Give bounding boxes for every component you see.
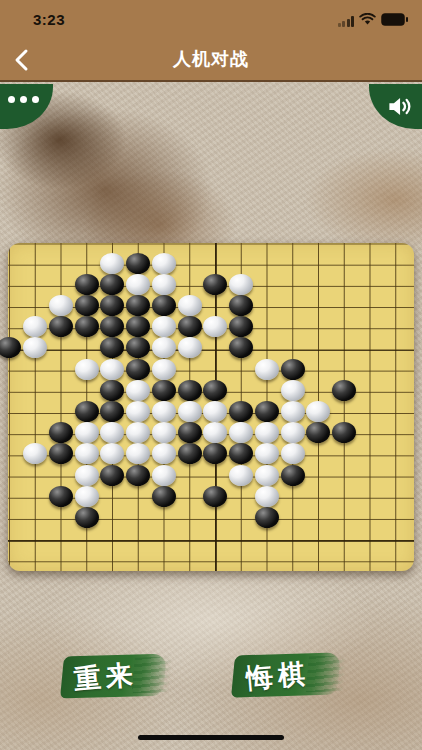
board-cell[interactable] [228, 382, 254, 403]
board-cell[interactable] [48, 403, 74, 424]
board-cell[interactable] [125, 233, 151, 254]
restart-button[interactable]: 重来 [62, 653, 165, 701]
board-cell[interactable] [74, 233, 100, 254]
board-cell[interactable] [48, 466, 74, 487]
board-cell[interactable] [280, 361, 306, 382]
board-cell[interactable] [357, 382, 383, 403]
board-cell[interactable] [0, 424, 22, 445]
board-cell[interactable] [74, 488, 100, 509]
board-cell[interactable] [331, 466, 357, 487]
board-cell[interactable] [383, 276, 409, 297]
board-cell[interactable] [203, 488, 229, 509]
board-cell[interactable] [254, 318, 280, 339]
board-cell[interactable] [48, 530, 74, 551]
board-cell[interactable] [254, 509, 280, 530]
white-stone [306, 401, 330, 422]
board-cell[interactable] [74, 276, 100, 297]
black-stone [126, 316, 150, 337]
board-cell[interactable] [22, 424, 48, 445]
board-cell[interactable] [151, 276, 177, 297]
board-cell[interactable] [331, 233, 357, 254]
board-cell[interactable] [100, 361, 126, 382]
nav-bar: 人机对战 [0, 40, 422, 80]
board-cell[interactable] [331, 530, 357, 551]
board-cell[interactable] [203, 509, 229, 530]
board-cell[interactable] [125, 318, 151, 339]
board-cell[interactable] [100, 318, 126, 339]
board-cell[interactable] [151, 382, 177, 403]
board-cell[interactable] [48, 276, 74, 297]
board-cell[interactable] [48, 233, 74, 254]
black-stone [203, 380, 227, 401]
board-cell[interactable] [100, 276, 126, 297]
ellipsis-dots-icon [8, 96, 39, 103]
board-cell[interactable] [100, 255, 126, 276]
black-stone [332, 422, 356, 443]
board-cell[interactable] [357, 424, 383, 445]
board-cell[interactable] [177, 382, 203, 403]
board-cell[interactable] [280, 297, 306, 318]
black-stone [306, 422, 330, 443]
board-cell[interactable] [280, 318, 306, 339]
board-cell[interactable] [48, 318, 74, 339]
board-cell[interactable] [22, 382, 48, 403]
board-cell[interactable] [306, 509, 332, 530]
board-cell[interactable] [74, 255, 100, 276]
board-cell[interactable] [228, 339, 254, 360]
board-cell[interactable] [306, 530, 332, 551]
black-stone [75, 295, 99, 316]
board-cell[interactable] [151, 551, 177, 572]
board-cell[interactable] [306, 424, 332, 445]
board-cell[interactable] [100, 445, 126, 466]
black-stone [0, 337, 21, 358]
board-cell[interactable] [331, 382, 357, 403]
board-cell[interactable] [125, 361, 151, 382]
board-cell[interactable] [22, 339, 48, 360]
board-cell[interactable] [151, 488, 177, 509]
board-cell[interactable] [228, 361, 254, 382]
board-cell[interactable] [151, 403, 177, 424]
board-cell[interactable] [22, 509, 48, 530]
board-cell[interactable] [228, 233, 254, 254]
board-cell[interactable] [254, 276, 280, 297]
top-bar: 3:23 [0, 0, 422, 82]
board-cell[interactable] [125, 276, 151, 297]
board-cell[interactable] [357, 403, 383, 424]
board-cell[interactable] [22, 233, 48, 254]
board-cell[interactable] [22, 445, 48, 466]
wifi-icon [359, 12, 376, 30]
board-cell[interactable] [0, 382, 22, 403]
board-cell[interactable] [125, 403, 151, 424]
black-stone [229, 337, 253, 358]
board-cell[interactable] [383, 339, 409, 360]
black-stone [178, 443, 202, 464]
board-cell[interactable] [0, 530, 22, 551]
undo-button[interactable]: 悔棋 [233, 652, 339, 700]
black-stone [255, 507, 279, 528]
battery-icon [381, 12, 408, 30]
board-cell[interactable] [228, 255, 254, 276]
board-cell[interactable] [100, 382, 126, 403]
status-icons [338, 12, 409, 30]
app-screen: 3:23 [0, 0, 422, 750]
board-cell[interactable] [280, 551, 306, 572]
board-cell[interactable] [125, 297, 151, 318]
board-cell[interactable] [177, 255, 203, 276]
board-cell[interactable] [331, 276, 357, 297]
board-cell[interactable] [125, 551, 151, 572]
board-cell[interactable] [177, 297, 203, 318]
board-cell[interactable] [383, 551, 409, 572]
board-cell[interactable] [177, 318, 203, 339]
black-stone [100, 316, 124, 337]
board-cell[interactable] [383, 403, 409, 424]
board-cell[interactable] [306, 361, 332, 382]
board-cell[interactable] [383, 488, 409, 509]
board-cell[interactable] [0, 551, 22, 572]
board-cell[interactable] [357, 276, 383, 297]
board-cell[interactable] [74, 318, 100, 339]
board-cell[interactable] [74, 424, 100, 445]
board-cell[interactable] [48, 361, 74, 382]
board-cell[interactable] [100, 509, 126, 530]
board-cell[interactable] [357, 233, 383, 254]
board-cell[interactable] [177, 466, 203, 487]
board-cell[interactable] [177, 424, 203, 445]
board-cell[interactable] [48, 339, 74, 360]
board-cell[interactable] [357, 318, 383, 339]
board-cell[interactable] [151, 297, 177, 318]
home-indicator[interactable] [138, 735, 284, 740]
board-cell[interactable] [357, 255, 383, 276]
board-cell[interactable] [280, 509, 306, 530]
board-cell[interactable] [280, 445, 306, 466]
board-cell[interactable] [0, 361, 22, 382]
board-cell[interactable] [306, 403, 332, 424]
board-cell[interactable] [151, 361, 177, 382]
board-cell[interactable] [74, 339, 100, 360]
board-cell[interactable] [228, 445, 254, 466]
board-cell[interactable] [383, 509, 409, 530]
board-cell[interactable] [203, 403, 229, 424]
board-cell[interactable] [383, 318, 409, 339]
board-cell[interactable] [177, 233, 203, 254]
board-cell[interactable] [203, 339, 229, 360]
board-cell[interactable] [0, 509, 22, 530]
gomoku-board[interactable] [8, 243, 414, 571]
board-cell[interactable] [331, 551, 357, 572]
board-cell[interactable] [254, 361, 280, 382]
board-cell[interactable] [306, 318, 332, 339]
board-cell[interactable] [254, 382, 280, 403]
board-cell[interactable] [254, 466, 280, 487]
board-cell[interactable] [48, 255, 74, 276]
board-cell[interactable] [254, 551, 280, 572]
board-cell[interactable] [125, 255, 151, 276]
board-cell[interactable] [22, 297, 48, 318]
board-cell[interactable] [74, 509, 100, 530]
board-cell[interactable] [306, 255, 332, 276]
board-cell[interactable] [254, 339, 280, 360]
board-cell[interactable] [203, 276, 229, 297]
board-cell[interactable] [228, 530, 254, 551]
board-cell[interactable] [100, 403, 126, 424]
board-cell[interactable] [280, 255, 306, 276]
board-cell[interactable] [280, 233, 306, 254]
board-cell[interactable] [331, 318, 357, 339]
black-stone [126, 337, 150, 358]
board-cell[interactable] [100, 466, 126, 487]
board-cell[interactable] [177, 339, 203, 360]
board-cell[interactable] [357, 339, 383, 360]
board-cell[interactable] [306, 382, 332, 403]
board-cell[interactable] [280, 530, 306, 551]
board-cell[interactable] [125, 445, 151, 466]
board-cell[interactable] [74, 530, 100, 551]
board-cell[interactable] [331, 488, 357, 509]
board-cell[interactable] [331, 255, 357, 276]
white-stone [229, 274, 253, 295]
board-cell[interactable] [383, 424, 409, 445]
board-cell[interactable] [151, 318, 177, 339]
white-stone [75, 359, 99, 380]
board-cell[interactable] [306, 488, 332, 509]
white-stone [203, 422, 227, 443]
board-cell[interactable] [22, 466, 48, 487]
board-cell[interactable] [151, 255, 177, 276]
board-cell[interactable] [48, 509, 74, 530]
board-cell[interactable] [151, 466, 177, 487]
black-stone [255, 401, 279, 422]
board-cell[interactable] [331, 297, 357, 318]
board-cell[interactable] [228, 318, 254, 339]
board-cell[interactable] [306, 445, 332, 466]
board-cell[interactable] [228, 297, 254, 318]
board-cell[interactable] [228, 466, 254, 487]
board-cell[interactable] [254, 445, 280, 466]
board-cell[interactable] [125, 530, 151, 551]
black-stone [49, 486, 73, 507]
board-cell[interactable] [100, 424, 126, 445]
board-cell[interactable] [100, 297, 126, 318]
board-cell[interactable] [0, 297, 22, 318]
board-cell[interactable] [331, 339, 357, 360]
board-cell[interactable] [48, 424, 74, 445]
board-cell[interactable] [383, 361, 409, 382]
board-cell[interactable] [177, 551, 203, 572]
board-cell[interactable] [306, 339, 332, 360]
board-cell[interactable] [74, 551, 100, 572]
board-cell[interactable] [22, 488, 48, 509]
board-cell[interactable] [357, 445, 383, 466]
board-cell[interactable] [203, 361, 229, 382]
board-cell[interactable] [228, 551, 254, 572]
white-stone [152, 274, 176, 295]
board-cell[interactable] [48, 297, 74, 318]
board-cell[interactable] [357, 466, 383, 487]
board-cell[interactable] [125, 339, 151, 360]
board-cell[interactable] [280, 466, 306, 487]
board-cell[interactable] [177, 530, 203, 551]
board-cell[interactable] [331, 361, 357, 382]
board-cell[interactable] [0, 466, 22, 487]
board-cell[interactable] [151, 339, 177, 360]
white-stone [281, 443, 305, 464]
white-stone [126, 274, 150, 295]
more-button[interactable] [0, 84, 53, 129]
board-cell[interactable] [203, 530, 229, 551]
board-cell[interactable] [125, 509, 151, 530]
board-cell[interactable] [254, 403, 280, 424]
board-cell[interactable] [48, 382, 74, 403]
board-cell[interactable] [254, 424, 280, 445]
black-stone [152, 295, 176, 316]
board-cell[interactable] [0, 255, 22, 276]
white-stone [126, 380, 150, 401]
board-cell[interactable] [22, 255, 48, 276]
board-cell[interactable] [151, 424, 177, 445]
board-cell[interactable] [0, 339, 22, 360]
board-cell[interactable] [280, 424, 306, 445]
board-cell[interactable] [100, 233, 126, 254]
board-cell[interactable] [22, 530, 48, 551]
board-cell[interactable] [151, 530, 177, 551]
board-cell[interactable] [203, 445, 229, 466]
board-cell[interactable] [383, 445, 409, 466]
board-cell[interactable] [22, 551, 48, 572]
white-stone [152, 359, 176, 380]
board-cell[interactable] [74, 445, 100, 466]
board-cell[interactable] [357, 551, 383, 572]
sound-button[interactable] [369, 84, 422, 129]
board-cell[interactable] [100, 339, 126, 360]
board-cell[interactable] [177, 445, 203, 466]
board-cell[interactable] [22, 361, 48, 382]
board-cell[interactable] [331, 509, 357, 530]
black-stone [203, 443, 227, 464]
board-cell[interactable] [48, 551, 74, 572]
black-stone [126, 465, 150, 486]
board-cell[interactable] [203, 318, 229, 339]
board-cell[interactable] [203, 466, 229, 487]
board-cell[interactable] [177, 403, 203, 424]
board-cell[interactable] [254, 297, 280, 318]
board-cell[interactable] [228, 488, 254, 509]
board-cell[interactable] [22, 276, 48, 297]
board-cell[interactable] [383, 297, 409, 318]
board-cell[interactable] [228, 403, 254, 424]
board-cell[interactable] [203, 297, 229, 318]
board-cell[interactable] [203, 233, 229, 254]
board-cell[interactable] [357, 509, 383, 530]
board-cell[interactable] [383, 233, 409, 254]
board-cell[interactable] [74, 297, 100, 318]
board-cell[interactable] [383, 530, 409, 551]
black-stone [229, 401, 253, 422]
board-cell[interactable] [74, 382, 100, 403]
board-cell[interactable] [0, 445, 22, 466]
board-cell[interactable] [306, 276, 332, 297]
board-cell[interactable] [331, 403, 357, 424]
board-cell[interactable] [22, 403, 48, 424]
board-cell[interactable] [125, 488, 151, 509]
board-cell[interactable] [357, 488, 383, 509]
board-cell[interactable] [100, 551, 126, 572]
board-cell[interactable] [203, 255, 229, 276]
black-stone [281, 359, 305, 380]
board-cell[interactable] [151, 233, 177, 254]
board-cell[interactable] [74, 361, 100, 382]
board-cell[interactable] [254, 233, 280, 254]
board-cell[interactable] [100, 488, 126, 509]
board-cell[interactable] [357, 297, 383, 318]
board-cell[interactable] [177, 361, 203, 382]
black-stone [75, 401, 99, 422]
board-cell[interactable] [125, 424, 151, 445]
board-cell[interactable] [0, 488, 22, 509]
board-cell[interactable] [228, 509, 254, 530]
board-cell[interactable] [100, 530, 126, 551]
board-cell[interactable] [177, 509, 203, 530]
board-cell[interactable] [357, 361, 383, 382]
board-cell[interactable] [0, 276, 22, 297]
board-cell[interactable] [357, 530, 383, 551]
board-cell[interactable] [74, 403, 100, 424]
board-cell[interactable] [48, 445, 74, 466]
board-cell[interactable] [228, 424, 254, 445]
board-cell[interactable] [0, 233, 22, 254]
board-cell[interactable] [203, 382, 229, 403]
board-cell[interactable] [383, 382, 409, 403]
board-cell[interactable] [280, 276, 306, 297]
board-cell[interactable] [383, 255, 409, 276]
board-cell[interactable] [383, 466, 409, 487]
board-cell[interactable] [254, 488, 280, 509]
board-cell[interactable] [280, 339, 306, 360]
board-cell[interactable] [280, 488, 306, 509]
board-cell[interactable] [0, 318, 22, 339]
board-cell[interactable] [48, 488, 74, 509]
board-cell[interactable] [331, 424, 357, 445]
board-cell[interactable] [280, 403, 306, 424]
board-cell[interactable] [74, 466, 100, 487]
board-cell[interactable] [125, 466, 151, 487]
board-cell[interactable] [203, 424, 229, 445]
board-cell[interactable] [22, 318, 48, 339]
board-cell[interactable] [306, 466, 332, 487]
board-cell[interactable] [280, 382, 306, 403]
board-cell[interactable] [254, 530, 280, 551]
board-cell[interactable] [151, 445, 177, 466]
white-stone [75, 443, 99, 464]
board-cell[interactable] [125, 382, 151, 403]
board-cell[interactable] [306, 233, 332, 254]
white-stone [75, 465, 99, 486]
board-cell[interactable] [254, 255, 280, 276]
board-cell[interactable] [306, 551, 332, 572]
black-stone [75, 316, 99, 337]
board-cell[interactable] [306, 297, 332, 318]
board-cell[interactable] [151, 509, 177, 530]
board-cell[interactable] [203, 551, 229, 572]
board-cell[interactable] [0, 403, 22, 424]
board-cell[interactable] [177, 488, 203, 509]
board-cell[interactable] [177, 276, 203, 297]
board-cell[interactable] [228, 276, 254, 297]
board-cell[interactable] [331, 445, 357, 466]
